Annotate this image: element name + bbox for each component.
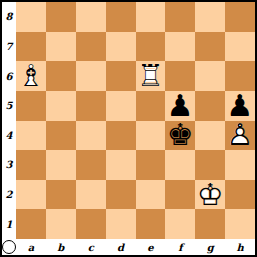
side-to-move-cell [2,239,16,255]
square-a5[interactable] [16,91,46,121]
file-label-c: c [76,239,106,255]
file-label-d: d [106,239,136,255]
square-c7[interactable] [76,32,106,62]
square-a3[interactable] [16,150,46,180]
file-label-b: b [46,239,76,255]
square-a1[interactable] [16,209,46,239]
square-d5[interactable] [106,91,136,121]
square-b4[interactable] [46,121,76,151]
square-h2[interactable] [225,180,255,210]
square-a7[interactable] [16,32,46,62]
piece-white-bishop[interactable]: ♗ [16,61,46,91]
chess-diagram: 876♝♗♜♖5♟♟4♚♟♙32♚♔1abcdefgh [0,0,257,257]
square-g4[interactable] [195,121,225,151]
square-h8[interactable] [225,2,255,32]
square-b2[interactable] [46,180,76,210]
square-b7[interactable] [46,32,76,62]
square-c3[interactable] [76,150,106,180]
piece-white-pawn[interactable]: ♙ [225,121,255,151]
file-label-g: g [195,239,225,255]
square-d8[interactable] [106,2,136,32]
file-label-e: e [136,239,166,255]
square-c5[interactable] [76,91,106,121]
square-e1[interactable] [136,209,166,239]
square-c4[interactable] [76,121,106,151]
rank-label-7: 7 [2,32,16,62]
square-f4[interactable]: ♚ [165,121,195,151]
square-a8[interactable] [16,2,46,32]
square-a4[interactable] [16,121,46,151]
file-label-f: f [165,239,195,255]
square-h6[interactable] [225,61,255,91]
square-e3[interactable] [136,150,166,180]
square-f1[interactable] [165,209,195,239]
square-f2[interactable] [165,180,195,210]
piece-white-rook[interactable]: ♖ [136,61,166,91]
square-f6[interactable] [165,61,195,91]
square-e8[interactable] [136,2,166,32]
square-d3[interactable] [106,150,136,180]
file-label-h: h [225,239,255,255]
square-g2[interactable]: ♚♔ [195,180,225,210]
rank-label-5: 5 [2,91,16,121]
file-label-a: a [16,239,46,255]
square-g5[interactable] [195,91,225,121]
rank-label-6: 6 [2,61,16,91]
square-c2[interactable] [76,180,106,210]
square-e4[interactable] [136,121,166,151]
square-b3[interactable] [46,150,76,180]
piece-black-king[interactable]: ♚ [165,121,195,151]
square-d2[interactable] [106,180,136,210]
square-c8[interactable] [76,2,106,32]
rank-label-2: 2 [2,180,16,210]
square-f7[interactable] [165,32,195,62]
square-e7[interactable] [136,32,166,62]
white-to-move-indicator-icon [2,240,16,254]
square-c1[interactable] [76,209,106,239]
square-g6[interactable] [195,61,225,91]
square-g1[interactable] [195,209,225,239]
piece-black-pawn[interactable]: ♟ [225,91,255,121]
square-d4[interactable] [106,121,136,151]
square-h7[interactable] [225,32,255,62]
piece-white-king[interactable]: ♔ [195,180,225,210]
square-f5[interactable]: ♟ [165,91,195,121]
square-d6[interactable] [106,61,136,91]
square-h5[interactable]: ♟ [225,91,255,121]
square-b1[interactable] [46,209,76,239]
square-e6[interactable]: ♜♖ [136,61,166,91]
rank-label-8: 8 [2,2,16,32]
rank-label-1: 1 [2,209,16,239]
square-e2[interactable] [136,180,166,210]
piece-black-pawn[interactable]: ♟ [165,91,195,121]
square-b8[interactable] [46,2,76,32]
square-a2[interactable] [16,180,46,210]
square-h1[interactable] [225,209,255,239]
square-c6[interactable] [76,61,106,91]
square-g7[interactable] [195,32,225,62]
square-b5[interactable] [46,91,76,121]
square-b6[interactable] [46,61,76,91]
square-h4[interactable]: ♟♙ [225,121,255,151]
square-h3[interactable] [225,150,255,180]
square-g3[interactable] [195,150,225,180]
square-f3[interactable] [165,150,195,180]
square-f8[interactable] [165,2,195,32]
rank-label-4: 4 [2,121,16,151]
square-d7[interactable] [106,32,136,62]
square-d1[interactable] [106,209,136,239]
square-e5[interactable] [136,91,166,121]
rank-label-3: 3 [2,150,16,180]
square-g8[interactable] [195,2,225,32]
square-a6[interactable]: ♝♗ [16,61,46,91]
